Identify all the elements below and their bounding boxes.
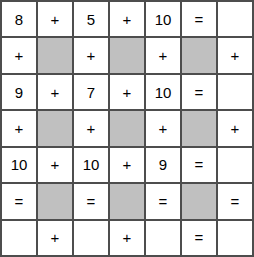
operator-cell-r1c4: + bbox=[110, 2, 144, 36]
operator-cell-r7c2: + bbox=[38, 221, 72, 255]
operator-cell-r1c6: = bbox=[182, 2, 216, 36]
blocked-cell-r2c6 bbox=[182, 38, 216, 72]
number-cell-r1c5: 10 bbox=[146, 2, 180, 36]
operator-cell-r5c4: + bbox=[110, 148, 144, 182]
blocked-cell-r6c4 bbox=[110, 184, 144, 218]
operator-cell-r6c3: = bbox=[74, 184, 108, 218]
operator-cell-r6c1: = bbox=[2, 184, 36, 218]
operator-cell-r2c7: + bbox=[218, 38, 252, 72]
operator-cell-r4c7: + bbox=[218, 111, 252, 145]
operator-cell-r4c1: + bbox=[2, 111, 36, 145]
operator-cell-r4c3: + bbox=[74, 111, 108, 145]
operator-cell-r3c6: = bbox=[182, 75, 216, 109]
operator-cell-r3c4: + bbox=[110, 75, 144, 109]
blocked-cell-r6c6 bbox=[182, 184, 216, 218]
number-cell-r5c3: 10 bbox=[74, 148, 108, 182]
answer-cell-r7c7[interactable] bbox=[218, 221, 252, 255]
operator-cell-r6c7: = bbox=[218, 184, 252, 218]
operator-cell-r4c5: + bbox=[146, 111, 180, 145]
answer-cell-r3c7[interactable] bbox=[218, 75, 252, 109]
blocked-cell-r4c6 bbox=[182, 111, 216, 145]
operator-cell-r2c3: + bbox=[74, 38, 108, 72]
operator-cell-r7c6: = bbox=[182, 221, 216, 255]
number-cell-r3c5: 10 bbox=[146, 75, 180, 109]
operator-cell-r1c2: + bbox=[38, 2, 72, 36]
number-cell-r5c5: 9 bbox=[146, 148, 180, 182]
operator-cell-r5c6: = bbox=[182, 148, 216, 182]
blocked-cell-r4c4 bbox=[110, 111, 144, 145]
number-cell-r1c3: 5 bbox=[74, 2, 108, 36]
operator-cell-r3c2: + bbox=[38, 75, 72, 109]
blocked-cell-r2c2 bbox=[38, 38, 72, 72]
operator-cell-r5c2: + bbox=[38, 148, 72, 182]
blocked-cell-r2c4 bbox=[110, 38, 144, 72]
answer-cell-r7c3[interactable] bbox=[74, 221, 108, 255]
operator-cell-r6c5: = bbox=[146, 184, 180, 218]
operator-cell-r7c4: + bbox=[110, 221, 144, 255]
operator-cell-r2c1: + bbox=[2, 38, 36, 72]
answer-cell-r7c1[interactable] bbox=[2, 221, 36, 255]
answer-cell-r1c7[interactable] bbox=[218, 2, 252, 36]
blocked-cell-r6c2 bbox=[38, 184, 72, 218]
answer-cell-r7c5[interactable] bbox=[146, 221, 180, 255]
blocked-cell-r4c2 bbox=[38, 111, 72, 145]
number-cell-r3c3: 7 bbox=[74, 75, 108, 109]
number-cell-r5c1: 10 bbox=[2, 148, 36, 182]
number-cell-r1c1: 8 bbox=[2, 2, 36, 36]
operator-cell-r2c5: + bbox=[146, 38, 180, 72]
crossmath-board: 8+5+10=++++9+7+10=++++10+10+9=====++= bbox=[0, 0, 254, 257]
number-cell-r3c1: 9 bbox=[2, 75, 36, 109]
answer-cell-r5c7[interactable] bbox=[218, 148, 252, 182]
